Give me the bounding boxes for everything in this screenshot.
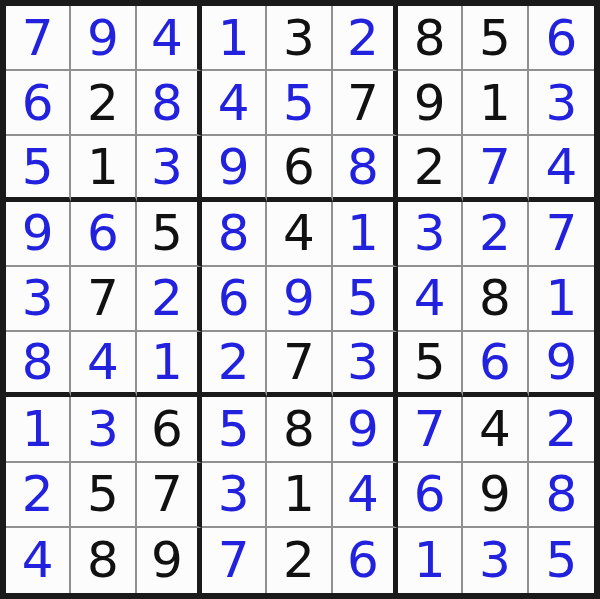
cell-r7c8[interactable]: 4 <box>463 397 528 462</box>
cell-r6c3[interactable]: 1 <box>137 332 202 397</box>
cell-r5c2[interactable]: 7 <box>71 267 136 332</box>
cell-r1c7[interactable]: 8 <box>398 6 463 71</box>
cell-r6c8[interactable]: 6 <box>463 332 528 397</box>
cell-r9c3[interactable]: 9 <box>137 528 202 593</box>
cell-r8c8[interactable]: 9 <box>463 463 528 528</box>
cell-r4c3[interactable]: 5 <box>137 202 202 267</box>
cell-r4c5[interactable]: 4 <box>267 202 332 267</box>
cell-r5c9[interactable]: 1 <box>529 267 594 332</box>
cell-r7c5[interactable]: 8 <box>267 397 332 462</box>
cell-r6c4[interactable]: 2 <box>202 332 267 397</box>
cell-r2c5[interactable]: 5 <box>267 71 332 136</box>
cell-r3c9[interactable]: 4 <box>529 136 594 201</box>
cell-r7c6[interactable]: 9 <box>333 397 398 462</box>
cell-r4c7[interactable]: 3 <box>398 202 463 267</box>
cell-r2c1[interactable]: 6 <box>6 71 71 136</box>
cell-r8c5[interactable]: 1 <box>267 463 332 528</box>
cell-r9c4[interactable]: 7 <box>202 528 267 593</box>
cell-r9c2[interactable]: 8 <box>71 528 136 593</box>
cell-r5c4[interactable]: 6 <box>202 267 267 332</box>
cell-r3c3[interactable]: 3 <box>137 136 202 201</box>
cell-r8c1[interactable]: 2 <box>6 463 71 528</box>
cell-r4c2[interactable]: 6 <box>71 202 136 267</box>
cell-r6c5[interactable]: 7 <box>267 332 332 397</box>
cell-r1c5[interactable]: 3 <box>267 6 332 71</box>
cell-r5c7[interactable]: 4 <box>398 267 463 332</box>
cell-r3c6[interactable]: 8 <box>333 136 398 201</box>
cell-r8c2[interactable]: 5 <box>71 463 136 528</box>
cell-r1c3[interactable]: 4 <box>137 6 202 71</box>
cell-r4c9[interactable]: 7 <box>529 202 594 267</box>
cell-r7c2[interactable]: 3 <box>71 397 136 462</box>
cell-r1c8[interactable]: 5 <box>463 6 528 71</box>
cell-r9c5[interactable]: 2 <box>267 528 332 593</box>
cell-r6c2[interactable]: 4 <box>71 332 136 397</box>
cell-r1c4[interactable]: 1 <box>202 6 267 71</box>
cell-r7c7[interactable]: 7 <box>398 397 463 462</box>
cell-r9c9[interactable]: 5 <box>529 528 594 593</box>
cell-r8c6[interactable]: 4 <box>333 463 398 528</box>
cell-r9c8[interactable]: 3 <box>463 528 528 593</box>
cell-r3c4[interactable]: 9 <box>202 136 267 201</box>
cell-r7c9[interactable]: 2 <box>529 397 594 462</box>
cell-r5c1[interactable]: 3 <box>6 267 71 332</box>
sudoku-grid: 7941328566284579135139682749658413273726… <box>0 0 600 599</box>
cell-r2c7[interactable]: 9 <box>398 71 463 136</box>
cell-r3c1[interactable]: 5 <box>6 136 71 201</box>
cell-r5c8[interactable]: 8 <box>463 267 528 332</box>
cell-r3c7[interactable]: 2 <box>398 136 463 201</box>
cell-r6c1[interactable]: 8 <box>6 332 71 397</box>
cell-r4c4[interactable]: 8 <box>202 202 267 267</box>
cell-r5c5[interactable]: 9 <box>267 267 332 332</box>
cell-r8c4[interactable]: 3 <box>202 463 267 528</box>
cell-r2c9[interactable]: 3 <box>529 71 594 136</box>
cell-r7c3[interactable]: 6 <box>137 397 202 462</box>
cell-r5c3[interactable]: 2 <box>137 267 202 332</box>
cell-r6c6[interactable]: 3 <box>333 332 398 397</box>
cell-r1c6[interactable]: 2 <box>333 6 398 71</box>
cell-r7c1[interactable]: 1 <box>6 397 71 462</box>
cell-r9c7[interactable]: 1 <box>398 528 463 593</box>
cell-r1c9[interactable]: 6 <box>529 6 594 71</box>
cell-r5c6[interactable]: 5 <box>333 267 398 332</box>
cell-r3c8[interactable]: 7 <box>463 136 528 201</box>
cell-r8c7[interactable]: 6 <box>398 463 463 528</box>
cell-r6c9[interactable]: 9 <box>529 332 594 397</box>
cell-r1c2[interactable]: 9 <box>71 6 136 71</box>
cell-r2c3[interactable]: 8 <box>137 71 202 136</box>
cell-r2c2[interactable]: 2 <box>71 71 136 136</box>
cell-r8c9[interactable]: 8 <box>529 463 594 528</box>
cell-r7c4[interactable]: 5 <box>202 397 267 462</box>
cell-r2c4[interactable]: 4 <box>202 71 267 136</box>
cell-r3c5[interactable]: 6 <box>267 136 332 201</box>
cell-r9c1[interactable]: 4 <box>6 528 71 593</box>
cell-r2c8[interactable]: 1 <box>463 71 528 136</box>
cell-r8c3[interactable]: 7 <box>137 463 202 528</box>
cell-r1c1[interactable]: 7 <box>6 6 71 71</box>
cell-r4c8[interactable]: 2 <box>463 202 528 267</box>
cell-r2c6[interactable]: 7 <box>333 71 398 136</box>
cell-r4c1[interactable]: 9 <box>6 202 71 267</box>
cell-r9c6[interactable]: 6 <box>333 528 398 593</box>
cell-r6c7[interactable]: 5 <box>398 332 463 397</box>
cell-r4c6[interactable]: 1 <box>333 202 398 267</box>
cell-r3c2[interactable]: 1 <box>71 136 136 201</box>
